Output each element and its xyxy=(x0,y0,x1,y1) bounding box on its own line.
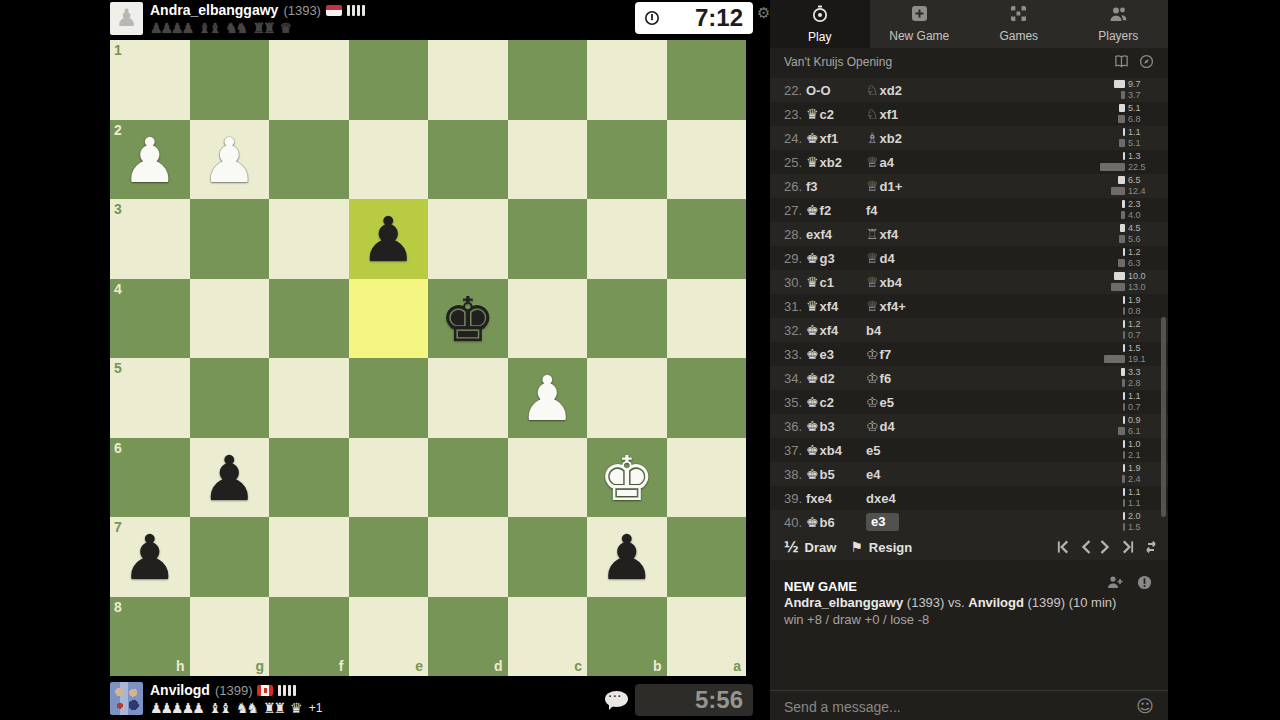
nav-first-button[interactable] xyxy=(1056,540,1071,554)
chess-board: 12♟♟3♟4♚5♟6♟♚7♟♟8hgfedcba xyxy=(110,40,746,676)
time-seconds: 1.2 xyxy=(1128,247,1154,257)
rating-stakes: win +8 / draw +0 / lose -8 xyxy=(784,612,929,627)
white-king-b6[interactable]: ♚ xyxy=(587,438,667,518)
white-move-23[interactable]: ♛c2 xyxy=(806,106,834,122)
move-san: O-O xyxy=(806,83,831,98)
time-bar xyxy=(1121,368,1125,376)
scrollbar[interactable] xyxy=(1161,317,1166,517)
piece-figurine-icon: ♛ xyxy=(806,274,819,290)
tab-label: Play xyxy=(808,30,831,44)
piece-figurine-icon: ♚ xyxy=(806,514,819,530)
time-bar xyxy=(1118,427,1125,435)
move-row-25: 25.♛xb2♕a41.322.5 xyxy=(770,150,1168,174)
black-move-33[interactable]: ♔f7 xyxy=(866,346,891,362)
time-seconds: 2.4 xyxy=(1128,474,1154,484)
black-move-31[interactable]: ♕xf4+ xyxy=(866,298,906,314)
time-bar xyxy=(1119,139,1125,147)
rank-label-4: 4 xyxy=(114,281,122,297)
square-d3[interactable] xyxy=(428,199,508,279)
square-c1[interactable] xyxy=(508,40,588,120)
new-game-title: NEW GAME xyxy=(784,579,857,594)
square-f7[interactable] xyxy=(269,517,349,597)
move-times: 1.26.3 xyxy=(1118,247,1154,268)
half-point-icon: ½ xyxy=(784,539,799,555)
move-san: c2 xyxy=(820,107,834,122)
square-d4[interactable]: ♚ xyxy=(428,279,508,359)
square-d7[interactable] xyxy=(428,517,508,597)
move-san: xb2 xyxy=(820,155,842,170)
opening-book-icon[interactable] xyxy=(1114,54,1129,73)
black-move-36[interactable]: ♔d4 xyxy=(866,418,895,434)
time-bar xyxy=(1122,475,1125,483)
time-bar xyxy=(1123,128,1125,136)
explorer-compass-icon[interactable] xyxy=(1139,54,1154,73)
black-pawn-b7[interactable]: ♟ xyxy=(587,517,667,597)
move-san: f2 xyxy=(820,203,832,218)
white-move-32[interactable]: ♚xf4 xyxy=(806,322,838,338)
move-times: 1.519.1 xyxy=(1104,343,1154,364)
player-bar: Anvilogd (1399) ♟♟♟♟♟♝♝♞♞♜♜♛+1 5:56 xyxy=(110,680,746,720)
time-bar xyxy=(1123,307,1125,315)
square-h5[interactable]: 5 xyxy=(110,358,190,438)
move-san: a4 xyxy=(880,155,894,170)
square-g1[interactable] xyxy=(190,40,270,120)
white-move-36[interactable]: ♚b3 xyxy=(806,418,835,434)
time-seconds: 2.3 xyxy=(1128,199,1154,209)
black-pawn-e3[interactable]: ♟ xyxy=(349,199,429,279)
piece-figurine-icon: ♚ xyxy=(806,130,819,146)
square-f2[interactable] xyxy=(269,120,349,200)
chat-bubble-icon[interactable] xyxy=(605,691,628,707)
black-move-29[interactable]: ♕d4 xyxy=(866,250,895,266)
square-h4[interactable]: 4 xyxy=(110,279,190,359)
white-move-38[interactable]: ♚b5 xyxy=(806,466,835,482)
piece-figurine-icon: ♚ xyxy=(806,346,819,362)
time-seconds: 10.0 xyxy=(1128,271,1154,281)
square-d6[interactable] xyxy=(428,438,508,518)
move-times: 3.32.8 xyxy=(1121,367,1154,388)
time-seconds: 1.9 xyxy=(1128,295,1154,305)
square-f4[interactable] xyxy=(269,279,349,359)
opponent-avatar[interactable]: ♟ xyxy=(110,2,143,35)
tab-players[interactable]: Players xyxy=(1069,0,1169,48)
flip-board-button[interactable] xyxy=(1144,540,1158,554)
time-bar xyxy=(1119,104,1125,112)
time-seconds: 6.1 xyxy=(1128,426,1154,436)
time-bar xyxy=(1111,283,1125,291)
square-a5[interactable] xyxy=(667,358,747,438)
square-b4[interactable] xyxy=(587,279,667,359)
square-e6[interactable] xyxy=(349,438,429,518)
square-g4[interactable] xyxy=(190,279,270,359)
move-san: b4 xyxy=(866,323,881,338)
time-seconds: 5.6 xyxy=(1128,234,1154,244)
time-bar xyxy=(1118,115,1125,123)
player-name[interactable]: Anvilogd xyxy=(150,682,210,698)
time-bar xyxy=(1123,320,1125,328)
square-e4[interactable] xyxy=(349,279,429,359)
move-san: exf4 xyxy=(806,227,832,242)
tab-games[interactable]: Games xyxy=(969,0,1069,48)
square-b5[interactable] xyxy=(587,358,667,438)
piece-figurine-icon: ♚ xyxy=(806,394,819,410)
black-king-d4[interactable]: ♚ xyxy=(428,279,508,359)
rank-label-1: 1 xyxy=(114,42,122,58)
square-g7[interactable] xyxy=(190,517,270,597)
square-f6[interactable] xyxy=(269,438,349,518)
move-san: xd2 xyxy=(880,83,902,98)
message-input[interactable]: Send a message... xyxy=(784,699,901,715)
clock-icon xyxy=(811,5,829,27)
black-move-35[interactable]: ♔e5 xyxy=(866,394,894,410)
white-pawn-g2[interactable]: ♟ xyxy=(190,120,270,200)
square-e7[interactable] xyxy=(349,517,429,597)
black-move-22[interactable]: ♘xd2 xyxy=(866,82,902,98)
nav-last-button[interactable] xyxy=(1120,540,1135,554)
time-bar xyxy=(1122,379,1125,387)
resign-flag-icon: ⚑ xyxy=(850,539,863,555)
white-move-30[interactable]: ♛c1 xyxy=(806,274,834,290)
move-row-29: 29.♚g3♕d41.26.3 xyxy=(770,246,1168,270)
opening-row: Van't Kruijs Opening xyxy=(770,48,1168,78)
time-seconds: 6.8 xyxy=(1128,114,1154,124)
time-bar xyxy=(1104,355,1125,363)
time-bar xyxy=(1123,296,1125,304)
move-row-40: 40.♚b6e32.01.5 xyxy=(770,510,1168,534)
piece-figurine-icon: ♛ xyxy=(806,298,819,314)
move-row-38: 38.♚b5e41.92.4 xyxy=(770,462,1168,486)
move-times: 4.55.6 xyxy=(1119,223,1154,244)
square-b3[interactable] xyxy=(587,199,667,279)
move-san: xb4 xyxy=(880,275,902,290)
time-seconds: 5.1 xyxy=(1128,138,1154,148)
square-g5[interactable] xyxy=(190,358,270,438)
move-san: d2 xyxy=(820,371,835,386)
square-h7[interactable]: 7♟ xyxy=(110,517,190,597)
square-e8[interactable]: e xyxy=(349,597,429,677)
piece-figurine-icon: ♕ xyxy=(866,154,879,170)
square-h2[interactable]: 2♟ xyxy=(110,120,190,200)
piece-figurine-icon: ♕ xyxy=(866,250,879,266)
captured-pieces-black: ♟♟♟♟♝♝♞♞♜♜♛ xyxy=(150,19,365,36)
move-san: d1+ xyxy=(880,179,903,194)
white-move-35[interactable]: ♚c2 xyxy=(806,394,834,410)
square-a7[interactable] xyxy=(667,517,747,597)
piece-figurine-icon: ♔ xyxy=(866,346,879,362)
time-bar xyxy=(1118,259,1125,267)
move-row-35: 35.♚c2♔e51.10.7 xyxy=(770,390,1168,414)
time-seconds: 1.3 xyxy=(1128,151,1154,161)
square-f3[interactable] xyxy=(269,199,349,279)
game-controls: ½ Draw ⚑ Resign xyxy=(770,534,1168,560)
tab-label: Players xyxy=(1098,29,1138,43)
move-san: c1 xyxy=(820,275,834,290)
square-f5[interactable] xyxy=(269,358,349,438)
time-bar xyxy=(1100,163,1125,171)
piece-figurine-icon: ♔ xyxy=(866,394,879,410)
square-a6[interactable] xyxy=(667,438,747,518)
time-bar xyxy=(1123,416,1125,424)
time-seconds: 5.1 xyxy=(1128,103,1154,113)
white-move-28[interactable]: exf4 xyxy=(806,227,832,242)
draw-button[interactable]: ½ Draw xyxy=(784,539,836,555)
opponent-clock: 7:12 xyxy=(635,2,753,34)
opponent-name[interactable]: Andra_elbanggawy xyxy=(150,2,278,18)
tab-play[interactable]: Play xyxy=(770,0,870,48)
black-move-28[interactable]: ♖xf4 xyxy=(866,226,898,242)
white-move-37[interactable]: ♚xb4 xyxy=(806,442,842,458)
square-a3[interactable] xyxy=(667,199,747,279)
move-san: e4 xyxy=(866,467,880,482)
time-bar xyxy=(1123,512,1125,520)
white-pawn-h2[interactable]: ♟ xyxy=(110,120,190,200)
piece-figurine-icon: ♚ xyxy=(806,322,819,338)
black-move-34[interactable]: ♔f6 xyxy=(866,370,891,386)
square-e5[interactable] xyxy=(349,358,429,438)
time-bar xyxy=(1123,488,1125,496)
time-bar xyxy=(1123,440,1125,448)
move-san: xf1 xyxy=(880,107,899,122)
captured-group: ♟♟♟♟♟ xyxy=(150,700,203,716)
move-row-27: 27.♚f2f42.34.0 xyxy=(770,198,1168,222)
square-c8[interactable]: c xyxy=(508,597,588,677)
time-seconds: 2.1 xyxy=(1128,450,1154,460)
time-bar xyxy=(1120,224,1125,232)
nav-forward-button[interactable] xyxy=(1100,540,1111,554)
time-seconds: 2.8 xyxy=(1128,378,1154,388)
rank-label-6: 6 xyxy=(114,440,122,456)
rank-label-8: 8 xyxy=(114,599,122,615)
time-seconds: 4.0 xyxy=(1128,210,1154,220)
time-bar xyxy=(1123,248,1125,256)
square-d1[interactable] xyxy=(428,40,508,120)
captured-group: ♞♞ xyxy=(225,20,246,36)
move-san: xf4 xyxy=(820,323,839,338)
black-move-24[interactable]: ♗xb2 xyxy=(866,130,902,146)
square-b1[interactable] xyxy=(587,40,667,120)
player-avatar[interactable] xyxy=(110,682,143,715)
square-h6[interactable]: 6 xyxy=(110,438,190,518)
square-e2[interactable] xyxy=(349,120,429,200)
rank-label-3: 3 xyxy=(114,201,122,217)
time-bar xyxy=(1123,344,1125,352)
square-g8[interactable]: g xyxy=(190,597,270,677)
nav-back-button[interactable] xyxy=(1080,540,1091,554)
move-row-28: 28.exf4♖xf44.55.6 xyxy=(770,222,1168,246)
move-san: f4 xyxy=(866,203,878,218)
white-pawn-c5[interactable]: ♟ xyxy=(508,358,588,438)
white-move-34[interactable]: ♚d2 xyxy=(806,370,835,386)
time-bar xyxy=(1111,187,1125,195)
black-move-30[interactable]: ♕xb4 xyxy=(866,274,902,290)
square-f8[interactable]: f xyxy=(269,597,349,677)
time-seconds: 1.1 xyxy=(1128,487,1154,497)
captured-group: ♜♜ xyxy=(263,700,284,716)
time-seconds: 1.1 xyxy=(1128,391,1154,401)
file-label-a: a xyxy=(733,658,741,674)
connection-signal-icon xyxy=(278,685,296,696)
player-rating: (1399) xyxy=(215,683,253,698)
move-san: xb4 xyxy=(820,443,842,458)
square-a4[interactable] xyxy=(667,279,747,359)
black-move-27[interactable]: f4 xyxy=(866,203,878,218)
square-g6[interactable]: ♟ xyxy=(190,438,270,518)
time-bar xyxy=(1114,272,1125,280)
file-label-g: g xyxy=(255,658,264,674)
settings-gear-icon[interactable]: ⚙ xyxy=(757,4,770,22)
canada-flag-icon xyxy=(257,685,273,696)
player-time: 5:56 xyxy=(695,685,743,715)
white-move-39[interactable]: fxe4 xyxy=(806,491,832,506)
square-a1[interactable] xyxy=(667,40,747,120)
piece-figurine-icon: ♕ xyxy=(866,178,879,194)
black-move-38[interactable]: e4 xyxy=(866,467,880,482)
square-e3[interactable]: ♟ xyxy=(349,199,429,279)
piece-figurine-icon: ♚ xyxy=(806,202,819,218)
white-move-40[interactable]: ♚b6 xyxy=(806,514,835,530)
square-c7[interactable] xyxy=(508,517,588,597)
time-seconds: 1.5 xyxy=(1128,522,1154,532)
white-move-29[interactable]: ♚g3 xyxy=(806,250,835,266)
indonesia-flag-icon xyxy=(326,5,342,16)
emoji-smiley-icon[interactable]: ☺ xyxy=(1136,696,1154,716)
black-move-23[interactable]: ♘xf1 xyxy=(866,106,898,122)
piece-figurine-icon: ♛ xyxy=(806,154,819,170)
tab-label: Games xyxy=(999,29,1038,43)
square-b7[interactable]: ♟ xyxy=(587,517,667,597)
move-san: c2 xyxy=(820,395,834,410)
square-c3[interactable] xyxy=(508,199,588,279)
square-g3[interactable] xyxy=(190,199,270,279)
square-c6[interactable] xyxy=(508,438,588,518)
black-move-26[interactable]: ♕d1+ xyxy=(866,178,902,194)
square-h3[interactable]: 3 xyxy=(110,199,190,279)
move-times: 1.11.1 xyxy=(1123,487,1154,508)
players-icon xyxy=(1109,6,1128,26)
file-label-c: c xyxy=(574,658,582,674)
plus-icon xyxy=(911,5,928,26)
time-bar xyxy=(1118,176,1125,184)
square-e1[interactable] xyxy=(349,40,429,120)
move-row-39: 39.fxe4dxe41.11.1 xyxy=(770,486,1168,510)
resign-button[interactable]: ⚑ Resign xyxy=(850,539,912,555)
white-move-26[interactable]: f3 xyxy=(806,179,818,194)
report-icon[interactable] xyxy=(1137,575,1152,594)
time-bar xyxy=(1123,451,1125,459)
white-move-33[interactable]: ♚e3 xyxy=(806,346,834,362)
add-friend-icon[interactable] xyxy=(1107,575,1123,594)
square-a2[interactable] xyxy=(667,120,747,200)
move-san: d4 xyxy=(880,251,895,266)
black-pawn-g6[interactable]: ♟ xyxy=(190,438,270,518)
time-bar xyxy=(1123,523,1125,531)
time-seconds: 22.5 xyxy=(1128,162,1154,172)
move-san: xb2 xyxy=(880,131,902,146)
square-h1[interactable]: 1 xyxy=(110,40,190,120)
file-label-h: h xyxy=(176,658,185,674)
piece-figurine-icon: ♔ xyxy=(866,418,879,434)
square-f1[interactable] xyxy=(269,40,349,120)
material-score: +1 xyxy=(309,701,323,715)
black-move-32[interactable]: b4 xyxy=(866,323,881,338)
move-san: b6 xyxy=(820,515,835,530)
piece-figurine-icon: ♚ xyxy=(806,370,819,386)
time-bar xyxy=(1123,331,1125,339)
square-c2[interactable] xyxy=(508,120,588,200)
move-times: 5.16.8 xyxy=(1118,103,1154,124)
move-san: g3 xyxy=(820,251,835,266)
time-bar xyxy=(1123,499,1125,507)
black-move-39[interactable]: dxe4 xyxy=(866,491,896,506)
captured-group: ♛ xyxy=(280,20,291,36)
move-times: 1.90.8 xyxy=(1123,295,1154,316)
black-move-25[interactable]: ♕a4 xyxy=(866,154,894,170)
matchup-line: Andra_elbanggawy (1393) vs. Anvilogd (13… xyxy=(784,595,1116,610)
square-b6[interactable]: ♚ xyxy=(587,438,667,518)
white-move-22[interactable]: O-O xyxy=(806,83,831,98)
square-d5[interactable] xyxy=(428,358,508,438)
time-seconds: 19.1 xyxy=(1128,354,1154,364)
time-seconds: 1.0 xyxy=(1128,439,1154,449)
time-seconds: 1.1 xyxy=(1128,498,1154,508)
captured-group: ♟♟♟♟ xyxy=(150,20,192,36)
square-d2[interactable] xyxy=(428,120,508,200)
move-san: f7 xyxy=(880,347,892,362)
time-bar xyxy=(1123,403,1125,411)
move-times: 2.01.5 xyxy=(1123,511,1154,532)
captured-group: ♞♞ xyxy=(236,700,257,716)
white-move-27[interactable]: ♚f2 xyxy=(806,202,831,218)
captured-group: ♜♜ xyxy=(252,20,273,36)
move-san: d4 xyxy=(880,419,895,434)
square-h8[interactable]: 8h xyxy=(110,597,190,677)
time-bar xyxy=(1122,200,1125,208)
piece-figurine-icon: ♚ xyxy=(806,442,819,458)
move-san: b5 xyxy=(820,467,835,482)
tab-new-game[interactable]: New Game xyxy=(870,0,970,48)
captured-group: ♛ xyxy=(290,700,301,716)
move-row-33: 33.♚e3♔f71.519.1 xyxy=(770,342,1168,366)
white-move-25[interactable]: ♛xb2 xyxy=(806,154,842,170)
move-list: 22.O-O♘xd29.73.723.♛c2♘xf15.16.824.♚xf1♗… xyxy=(770,78,1168,534)
file-label-e: e xyxy=(415,658,423,674)
square-c4[interactable] xyxy=(508,279,588,359)
connection-signal-icon xyxy=(347,5,365,16)
move-san: xf4 xyxy=(820,299,839,314)
tab-label: New Game xyxy=(889,29,949,43)
chat-input-row: Send a message... ☺ xyxy=(770,690,1168,720)
square-b8[interactable]: b xyxy=(587,597,667,677)
white-move-24[interactable]: ♚xf1 xyxy=(806,130,838,146)
black-move-37[interactable]: e5 xyxy=(866,443,880,458)
file-label-d: d xyxy=(494,658,503,674)
move-times: 1.322.5 xyxy=(1100,151,1154,172)
time-bar xyxy=(1114,80,1125,88)
square-a8[interactable]: a xyxy=(667,597,747,677)
white-move-31[interactable]: ♛xf4 xyxy=(806,298,838,314)
time-seconds: 0.9 xyxy=(1128,415,1154,425)
file-label-b: b xyxy=(653,658,662,674)
black-move-40[interactable]: e3 xyxy=(866,513,899,531)
square-g2[interactable]: ♟ xyxy=(190,120,270,200)
black-pawn-h7[interactable]: ♟ xyxy=(110,517,190,597)
move-san: f3 xyxy=(806,179,818,194)
square-d8[interactable]: d xyxy=(428,597,508,677)
square-b2[interactable] xyxy=(587,120,667,200)
move-san: e3 xyxy=(871,514,885,529)
square-c5[interactable]: ♟ xyxy=(508,358,588,438)
time-seconds: 1.5 xyxy=(1128,343,1154,353)
